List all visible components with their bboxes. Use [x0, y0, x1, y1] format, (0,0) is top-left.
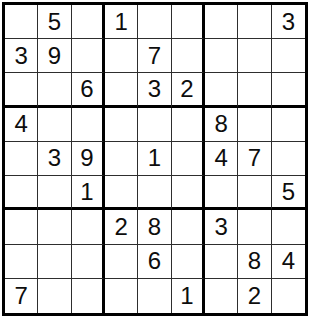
- empty-cell-r8c1[interactable]: [5, 245, 38, 279]
- empty-cell-r3c8[interactable]: [238, 73, 271, 107]
- empty-cell-r3c9[interactable]: [272, 73, 305, 107]
- empty-cell-r5c1[interactable]: [5, 142, 38, 176]
- empty-cell-r1c3[interactable]: [72, 5, 105, 39]
- empty-cell-r6c8[interactable]: [238, 176, 271, 210]
- empty-cell-r3c4[interactable]: [105, 73, 138, 107]
- given-cell-r1c9: 3: [272, 5, 305, 39]
- given-cell-r6c3: 1: [72, 176, 105, 210]
- empty-cell-r6c6[interactable]: [172, 176, 205, 210]
- empty-cell-r8c6[interactable]: [172, 245, 205, 279]
- empty-cell-r8c4[interactable]: [105, 245, 138, 279]
- empty-cell-r7c8[interactable]: [238, 210, 271, 244]
- given-cell-r4c7: 8: [205, 108, 238, 142]
- empty-cell-r7c3[interactable]: [72, 210, 105, 244]
- empty-cell-r9c4[interactable]: [105, 279, 138, 313]
- given-cell-r9c8: 2: [238, 279, 271, 313]
- empty-cell-r5c6[interactable]: [172, 142, 205, 176]
- empty-cell-r6c1[interactable]: [5, 176, 38, 210]
- empty-cell-r4c4[interactable]: [105, 108, 138, 142]
- empty-cell-r9c5[interactable]: [138, 279, 171, 313]
- given-cell-r8c8: 8: [238, 245, 271, 279]
- empty-cell-r4c5[interactable]: [138, 108, 171, 142]
- empty-cell-r4c2[interactable]: [38, 108, 71, 142]
- given-cell-r3c5: 3: [138, 73, 171, 107]
- empty-cell-r7c2[interactable]: [38, 210, 71, 244]
- empty-cell-r1c8[interactable]: [238, 5, 271, 39]
- empty-cell-r2c6[interactable]: [172, 39, 205, 73]
- given-cell-r9c6: 1: [172, 279, 205, 313]
- given-cell-r5c2: 3: [38, 142, 71, 176]
- given-cell-r8c9: 4: [272, 245, 305, 279]
- empty-cell-r4c9[interactable]: [272, 108, 305, 142]
- empty-cell-r6c5[interactable]: [138, 176, 171, 210]
- empty-cell-r7c6[interactable]: [172, 210, 205, 244]
- empty-cell-r2c4[interactable]: [105, 39, 138, 73]
- given-cell-r5c5: 1: [138, 142, 171, 176]
- given-cell-r8c5: 6: [138, 245, 171, 279]
- given-cell-r3c3: 6: [72, 73, 105, 107]
- empty-cell-r3c1[interactable]: [5, 73, 38, 107]
- empty-cell-r7c9[interactable]: [272, 210, 305, 244]
- empty-cell-r4c6[interactable]: [172, 108, 205, 142]
- empty-cell-r6c4[interactable]: [105, 176, 138, 210]
- empty-cell-r8c2[interactable]: [38, 245, 71, 279]
- empty-cell-r1c6[interactable]: [172, 5, 205, 39]
- given-cell-r9c1: 7: [5, 279, 38, 313]
- given-cell-r6c9: 5: [272, 176, 305, 210]
- empty-cell-r9c2[interactable]: [38, 279, 71, 313]
- empty-cell-r7c1[interactable]: [5, 210, 38, 244]
- given-cell-r2c2: 9: [38, 39, 71, 73]
- given-cell-r5c8: 7: [238, 142, 271, 176]
- empty-cell-r8c3[interactable]: [72, 245, 105, 279]
- given-cell-r3c6: 2: [172, 73, 205, 107]
- empty-cell-r9c9[interactable]: [272, 279, 305, 313]
- empty-cell-r6c7[interactable]: [205, 176, 238, 210]
- board-wrapper: 513397632483914715283684712: [0, 0, 312, 316]
- empty-cell-r6c2[interactable]: [38, 176, 71, 210]
- given-cell-r5c7: 4: [205, 142, 238, 176]
- given-cell-r2c1: 3: [5, 39, 38, 73]
- sudoku-board: 513397632483914715283684712: [2, 2, 308, 316]
- given-cell-r7c4: 2: [105, 210, 138, 244]
- empty-cell-r4c3[interactable]: [72, 108, 105, 142]
- empty-cell-r2c7[interactable]: [205, 39, 238, 73]
- empty-cell-r5c9[interactable]: [272, 142, 305, 176]
- empty-cell-r1c7[interactable]: [205, 5, 238, 39]
- given-cell-r4c1: 4: [5, 108, 38, 142]
- given-cell-r7c7: 3: [205, 210, 238, 244]
- empty-cell-r9c7[interactable]: [205, 279, 238, 313]
- given-cell-r1c4: 1: [105, 5, 138, 39]
- given-cell-r2c5: 7: [138, 39, 171, 73]
- empty-cell-r2c9[interactable]: [272, 39, 305, 73]
- given-cell-r5c3: 9: [72, 142, 105, 176]
- empty-cell-r2c3[interactable]: [72, 39, 105, 73]
- empty-cell-r3c7[interactable]: [205, 73, 238, 107]
- given-cell-r7c5: 8: [138, 210, 171, 244]
- empty-cell-r9c3[interactable]: [72, 279, 105, 313]
- empty-cell-r8c7[interactable]: [205, 245, 238, 279]
- empty-cell-r5c4[interactable]: [105, 142, 138, 176]
- given-cell-r1c2: 5: [38, 5, 71, 39]
- empty-cell-r4c8[interactable]: [238, 108, 271, 142]
- empty-cell-r1c5[interactable]: [138, 5, 171, 39]
- empty-cell-r2c8[interactable]: [238, 39, 271, 73]
- empty-cell-r1c1[interactable]: [5, 5, 38, 39]
- empty-cell-r3c2[interactable]: [38, 73, 71, 107]
